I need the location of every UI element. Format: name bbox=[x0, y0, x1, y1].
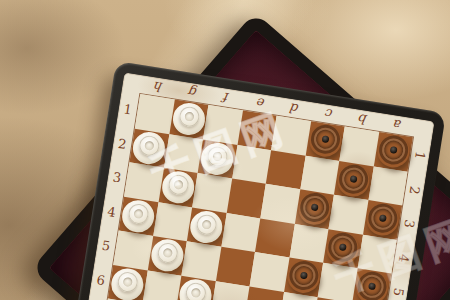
square-d5[interactable] bbox=[250, 252, 289, 291]
square-g4[interactable] bbox=[153, 202, 192, 241]
rank-label-right-2: 2 bbox=[408, 185, 422, 195]
square-a2[interactable] bbox=[368, 166, 407, 205]
file-label-g: g bbox=[188, 85, 198, 99]
square-a4[interactable] bbox=[357, 234, 396, 273]
square-b1[interactable] bbox=[339, 126, 378, 165]
file-label-a: a bbox=[393, 118, 403, 132]
square-f5[interactable] bbox=[181, 241, 220, 280]
square-e3[interactable] bbox=[226, 178, 265, 217]
square-b5[interactable] bbox=[318, 263, 357, 300]
square-c2[interactable] bbox=[300, 155, 339, 194]
square-d3[interactable] bbox=[260, 184, 299, 223]
square-g2[interactable] bbox=[164, 134, 203, 173]
square-e5[interactable] bbox=[216, 247, 255, 286]
file-label-e: e bbox=[256, 96, 266, 110]
square-c4[interactable] bbox=[289, 223, 328, 262]
square-h5[interactable] bbox=[113, 230, 152, 269]
square-e4[interactable] bbox=[221, 213, 260, 252]
square-g6[interactable] bbox=[142, 270, 181, 300]
square-f1[interactable] bbox=[203, 105, 242, 144]
square-e2[interactable] bbox=[232, 144, 271, 183]
rank-label-right-4: 4 bbox=[397, 253, 411, 263]
square-d2[interactable] bbox=[266, 150, 305, 189]
square-b3[interactable] bbox=[329, 195, 368, 234]
square-f3[interactable] bbox=[192, 173, 231, 212]
square-e1[interactable] bbox=[237, 110, 276, 149]
photo-scene: hgfedcba12345612345 千图网 千图网 bbox=[0, 0, 450, 300]
square-d1[interactable] bbox=[271, 116, 310, 155]
square-h3[interactable] bbox=[124, 162, 163, 201]
square-d4[interactable] bbox=[255, 218, 294, 257]
square-h1[interactable] bbox=[135, 94, 174, 133]
